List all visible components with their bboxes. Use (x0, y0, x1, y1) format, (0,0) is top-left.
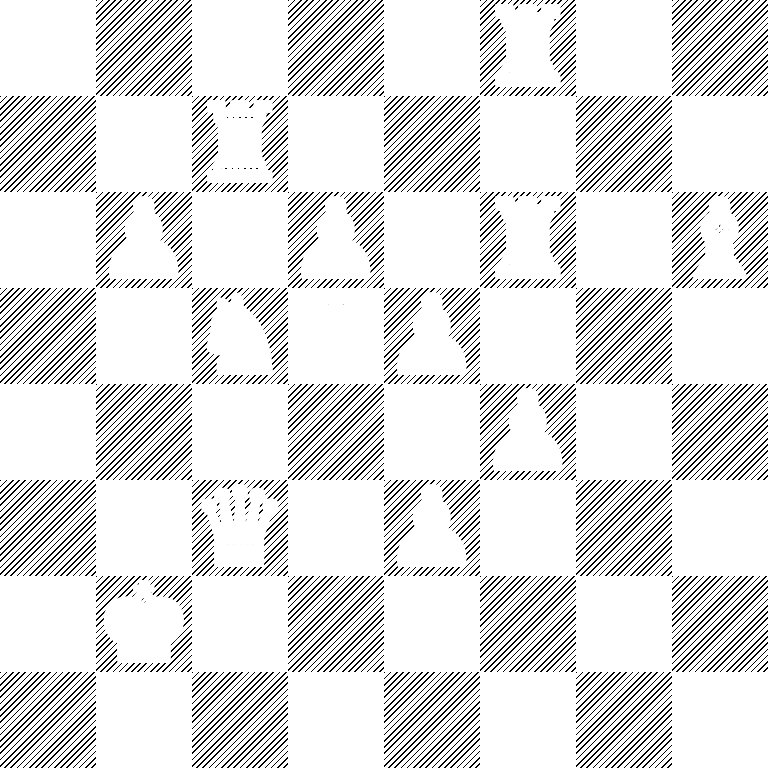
square-a2[interactable] (0, 576, 96, 672)
square-e8[interactable] (384, 0, 480, 96)
square-d8[interactable] (288, 0, 384, 96)
square-h2[interactable] (672, 576, 768, 672)
square-c3[interactable]: ♛♕ (192, 480, 288, 576)
piece-halo: ♟ (384, 576, 480, 672)
square-e5[interactable]: ♟♟ (384, 288, 480, 384)
square-e6[interactable] (384, 192, 480, 288)
square-f6[interactable]: ♜♜ (480, 192, 576, 288)
square-g1[interactable] (576, 672, 672, 768)
piece-black-pawn: ♟♟ (0, 192, 96, 288)
piece-halo: ♟ (96, 192, 192, 288)
square-g7[interactable] (576, 96, 672, 192)
piece-white-pawn: ♟♙ (288, 96, 384, 192)
piece-black-pawn: ♟♟ (576, 384, 672, 480)
piece-halo: ♟ (96, 96, 192, 192)
piece-white-queen: ♛♕ (192, 480, 288, 576)
piece-halo: ♟ (0, 192, 96, 288)
square-h5[interactable] (672, 288, 768, 384)
piece-black-rook: ♜♜ (480, 192, 576, 288)
square-b4[interactable] (96, 384, 192, 480)
piece-black-bishop: ♝♝ (672, 192, 768, 288)
square-d3[interactable] (288, 480, 384, 576)
piece-white-pawn: ♟♙ (288, 192, 384, 288)
square-b7[interactable]: ♟♟ (96, 96, 192, 192)
square-f4[interactable]: ♟♟ (480, 384, 576, 480)
square-e4[interactable] (384, 384, 480, 480)
square-c6[interactable] (192, 192, 288, 288)
square-g3[interactable] (576, 480, 672, 576)
piece-halo: ♛ (192, 480, 288, 576)
square-d7[interactable]: ♟♙ (288, 96, 384, 192)
piece-black-pawn: ♟♟ (192, 384, 288, 480)
piece-halo: ♜ (480, 192, 576, 288)
piece-halo: ♟ (384, 480, 480, 576)
piece-black-pawn: ♟♟ (480, 384, 576, 480)
piece-halo: ♟ (288, 96, 384, 192)
square-d5[interactable]: ♚♚ (288, 288, 384, 384)
square-f8[interactable]: ♜♜ (480, 0, 576, 96)
square-b3[interactable] (96, 480, 192, 576)
piece-halo: ♞ (192, 288, 288, 384)
square-d4[interactable] (288, 384, 384, 480)
square-h1[interactable] (672, 672, 768, 768)
piece-white-rook: ♜♖ (192, 96, 288, 192)
square-f3[interactable] (480, 480, 576, 576)
square-b2[interactable]: ♚♔ (96, 576, 192, 672)
square-c2[interactable]: ♟♙ (192, 576, 288, 672)
square-d2[interactable] (288, 576, 384, 672)
square-g4[interactable]: ♟♟ (576, 384, 672, 480)
square-b5[interactable] (96, 288, 192, 384)
piece-white-king: ♚♔ (96, 576, 192, 672)
square-h3[interactable] (672, 480, 768, 576)
square-g5[interactable] (576, 288, 672, 384)
square-c5[interactable]: ♞♘ (192, 288, 288, 384)
square-b1[interactable] (96, 672, 192, 768)
piece-halo: ♚ (96, 576, 192, 672)
square-g8[interactable] (576, 0, 672, 96)
piece-halo: ♜ (480, 0, 576, 96)
piece-halo: ♟ (192, 576, 288, 672)
square-a3[interactable] (0, 480, 96, 576)
square-e7[interactable] (384, 96, 480, 192)
piece-halo: ♜ (192, 96, 288, 192)
square-e1[interactable] (384, 672, 480, 768)
square-a1[interactable] (0, 672, 96, 768)
piece-halo: ♚ (288, 288, 384, 384)
square-f7[interactable] (480, 96, 576, 192)
square-g2[interactable] (576, 576, 672, 672)
square-d1[interactable] (288, 672, 384, 768)
piece-halo: ♞ (480, 288, 576, 384)
square-c8[interactable] (192, 0, 288, 96)
square-a5[interactable] (0, 288, 96, 384)
square-h7[interactable] (672, 96, 768, 192)
square-b8[interactable] (96, 0, 192, 96)
square-e2[interactable]: ♟♙ (384, 576, 480, 672)
piece-black-pawn: ♟♟ (384, 288, 480, 384)
piece-halo: ♟ (288, 192, 384, 288)
square-c4[interactable]: ♟♟ (192, 384, 288, 480)
piece-white-pawn: ♟♙ (384, 576, 480, 672)
piece-black-pawn: ♟♟ (96, 96, 192, 192)
piece-halo: ♟ (192, 384, 288, 480)
square-f1[interactable] (480, 672, 576, 768)
square-a6[interactable]: ♟♟ (0, 192, 96, 288)
square-h4[interactable] (672, 384, 768, 480)
piece-white-pawn: ♟♙ (96, 192, 192, 288)
piece-halo: ♟ (480, 384, 576, 480)
square-e3[interactable]: ♟♟ (384, 480, 480, 576)
square-f2[interactable] (480, 576, 576, 672)
square-a7[interactable] (0, 96, 96, 192)
square-h8[interactable] (672, 0, 768, 96)
piece-black-king: ♚♚ (288, 288, 384, 384)
square-g6[interactable] (576, 192, 672, 288)
square-a8[interactable] (0, 0, 96, 96)
square-c1[interactable] (192, 672, 288, 768)
square-h6[interactable]: ♝♝ (672, 192, 768, 288)
square-c7[interactable]: ♜♖ (192, 96, 288, 192)
square-a4[interactable] (0, 384, 96, 480)
piece-white-knight: ♞♘ (192, 288, 288, 384)
piece-black-rook: ♜♜ (480, 0, 576, 96)
piece-halo: ♝ (672, 192, 768, 288)
piece-white-pawn: ♟♙ (192, 576, 288, 672)
piece-halo: ♟ (384, 288, 480, 384)
square-f5[interactable]: ♞♘ (480, 288, 576, 384)
square-b6[interactable]: ♟♙ (96, 192, 192, 288)
piece-black-pawn: ♟♟ (384, 480, 480, 576)
chess-board: ♜♜♟♟♜♖♟♙♟♟♟♙♟♙♜♜♝♝♞♘♚♚♟♟♞♘♟♟♟♟♟♟♛♕♟♟♚♔♟♙… (0, 0, 768, 768)
piece-white-knight: ♞♘ (480, 288, 576, 384)
piece-halo: ♟ (576, 384, 672, 480)
square-d6[interactable]: ♟♙ (288, 192, 384, 288)
